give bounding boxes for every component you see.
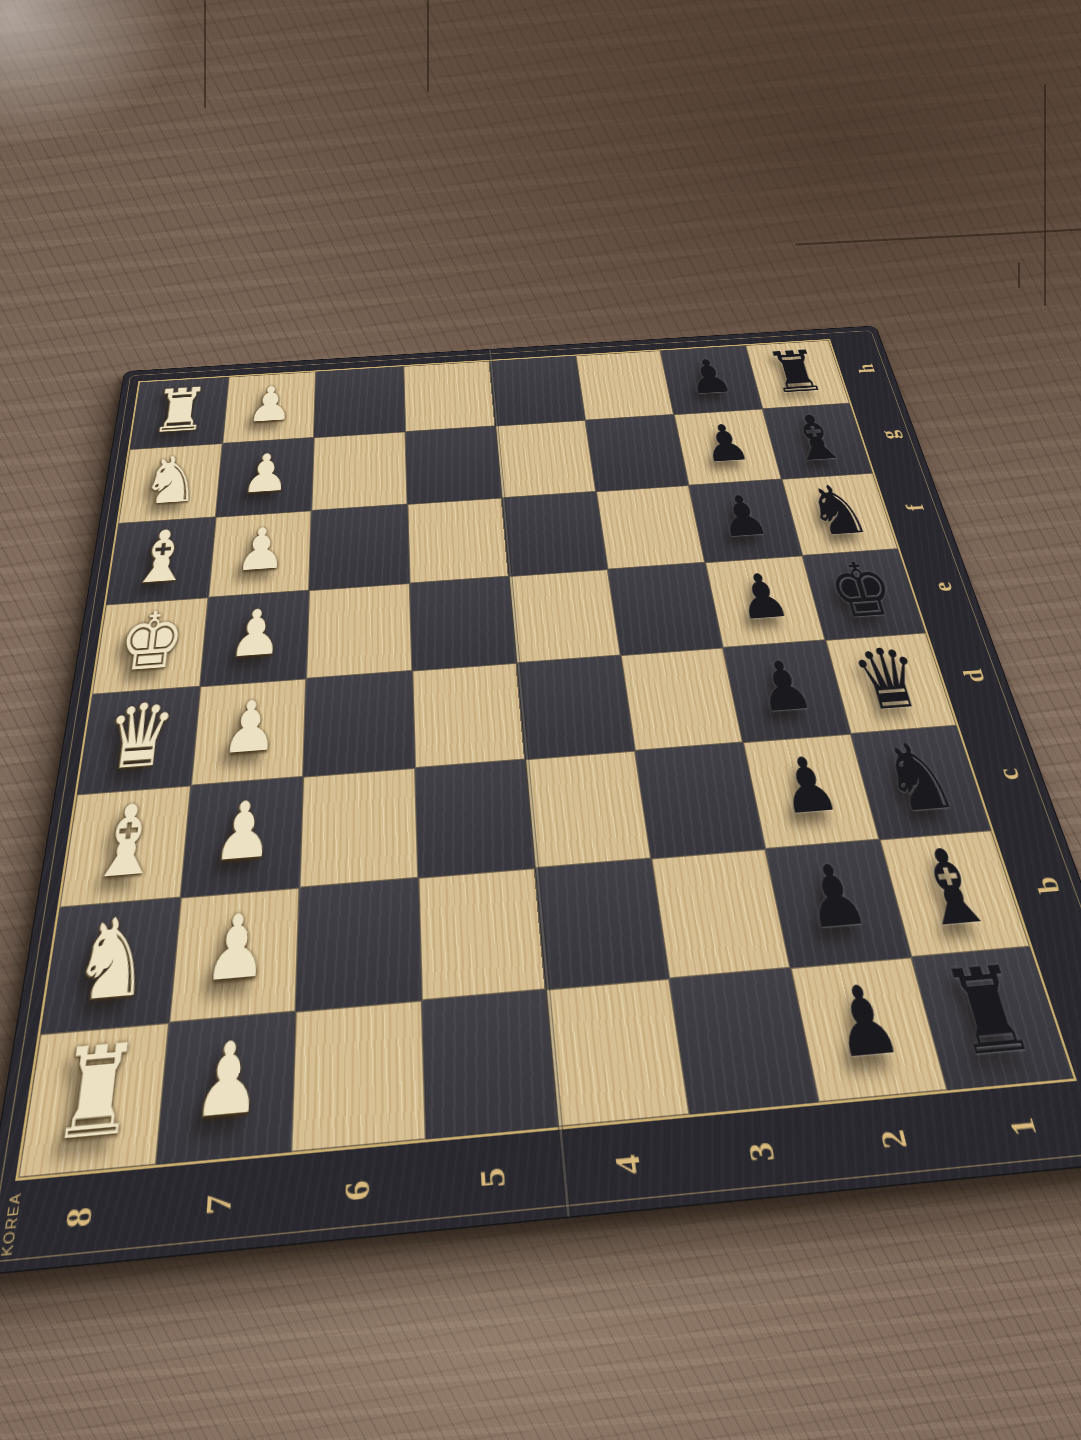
file-label-c: c [944,745,1074,803]
piece-white-rook[interactable]: ♜ [46,1026,145,1159]
square-h8[interactable]: ♜ [130,377,229,450]
piece-white-pawn[interactable]: ♟ [211,789,275,872]
square-d4[interactable] [516,655,634,759]
file-label-h: h [817,351,916,387]
square-h6[interactable] [314,366,405,437]
piece-black-pawn[interactable]: ♟ [697,417,755,470]
square-f8[interactable]: ♝ [106,517,215,605]
piece-black-bishop[interactable]: ♝ [900,833,1004,942]
rank-label-5: 5 [456,1103,531,1259]
square-h3[interactable] [575,351,674,421]
piece-black-queen[interactable]: ♛ [844,635,934,722]
piece-white-pawn[interactable]: ♟ [240,446,291,501]
square-e3[interactable] [607,562,723,655]
piece-white-king[interactable]: ♚ [114,600,189,683]
floor-plank-seam [1044,84,1046,306]
piece-black-knight[interactable]: ♞ [798,475,877,546]
rank-label-6: 6 [321,1115,391,1272]
square-f3[interactable] [596,485,705,569]
square-c5[interactable] [415,760,535,878]
piece-black-pawn[interactable]: ♟ [750,651,819,722]
square-e5[interactable] [409,576,516,671]
piece-black-bishop[interactable]: ♝ [779,405,854,470]
piece-black-pawn[interactable]: ♟ [682,352,737,400]
square-f5[interactable] [407,498,509,584]
floor-plank-seam [427,0,429,92]
square-f7[interactable]: ♟ [208,510,312,597]
square-g8[interactable]: ♞ [118,444,222,524]
piece-white-bishop[interactable]: ♝ [84,789,169,893]
square-c7[interactable]: ♟ [180,777,303,897]
file-label-g: g [838,415,942,454]
square-b7[interactable]: ♟ [169,887,300,1022]
square-h5[interactable] [403,361,495,432]
piece-black-king[interactable]: ♚ [820,551,904,629]
square-g4[interactable] [495,420,595,497]
piece-white-pawn[interactable]: ♟ [246,379,295,429]
square-c8[interactable]: ♝ [60,786,191,907]
square-e8[interactable]: ♚ [92,597,208,694]
piece-black-pawn[interactable]: ♟ [771,746,845,825]
piece-white-rook[interactable]: ♜ [148,379,212,441]
square-c6[interactable] [300,768,418,887]
piece-black-pawn[interactable]: ♟ [796,852,876,941]
square-d3[interactable] [620,648,743,751]
piece-white-bishop[interactable]: ♝ [126,519,197,594]
piece-black-rook[interactable]: ♜ [761,342,832,401]
square-e4[interactable] [509,569,620,663]
square-b6[interactable] [296,877,422,1011]
piece-white-knight[interactable]: ♞ [66,900,158,1017]
square-h4[interactable] [489,356,584,426]
piece-black-pawn[interactable]: ♟ [713,487,774,545]
piece-white-pawn[interactable]: ♟ [227,600,284,667]
floor-plank-seam [204,0,206,108]
chess-board: ♜♟♟♜♞♟♟♝♝♟♟♞♚♟♟♚♛♟♟♛♝♟♟♞♞♟♟♝♜♟♟♜ 8765432… [0,326,1081,1277]
file-label-d: d [913,650,1036,702]
piece-white-queen[interactable]: ♛ [100,689,180,782]
board-frame: ♜♟♟♜♞♟♟♝♝♟♟♞♚♟♟♚♛♟♟♛♝♟♟♞♞♟♟♝♜♟♟♜ 8765432… [0,326,1081,1277]
square-b8[interactable]: ♞ [40,897,180,1034]
square-g7[interactable]: ♟ [215,438,314,517]
square-d6[interactable] [303,671,415,777]
file-label-e: e [886,564,1002,611]
floor-plank-seam [1018,262,1020,288]
file-label-f: f [861,486,971,529]
square-f6[interactable] [309,504,409,590]
piece-white-pawn[interactable]: ♟ [191,1027,264,1134]
square-b4[interactable] [535,858,669,989]
piece-black-pawn[interactable]: ♟ [823,972,909,1073]
rank-label-7: 7 [178,1127,256,1286]
piece-black-pawn[interactable]: ♟ [730,565,795,629]
square-b5[interactable] [418,868,546,1001]
square-g3[interactable] [585,415,689,492]
square-e7[interactable]: ♟ [200,590,309,686]
square-d5[interactable] [412,663,525,768]
square-h7[interactable]: ♟ [222,372,316,444]
square-d8[interactable]: ♛ [77,687,200,795]
piece-white-pawn[interactable]: ♟ [234,519,288,579]
scene: ♜♟♟♜♞♟♟♝♝♟♟♞♚♟♟♚♛♟♟♛♝♟♟♞♞♟♟♝♜♟♟♜ 8765432… [0,0,1081,1440]
square-g6[interactable] [312,432,407,510]
square-g5[interactable] [405,426,502,504]
square-c4[interactable] [525,751,650,868]
square-e6[interactable] [306,583,412,678]
square-a8[interactable]: ♜ [18,1022,168,1177]
square-f4[interactable] [502,491,608,576]
piece-white-pawn[interactable]: ♟ [220,690,280,764]
square-d7[interactable]: ♟ [190,679,306,786]
piece-black-knight[interactable]: ♞ [870,729,966,826]
piece-white-pawn[interactable]: ♟ [202,901,270,995]
piece-white-knight[interactable]: ♞ [138,446,205,514]
